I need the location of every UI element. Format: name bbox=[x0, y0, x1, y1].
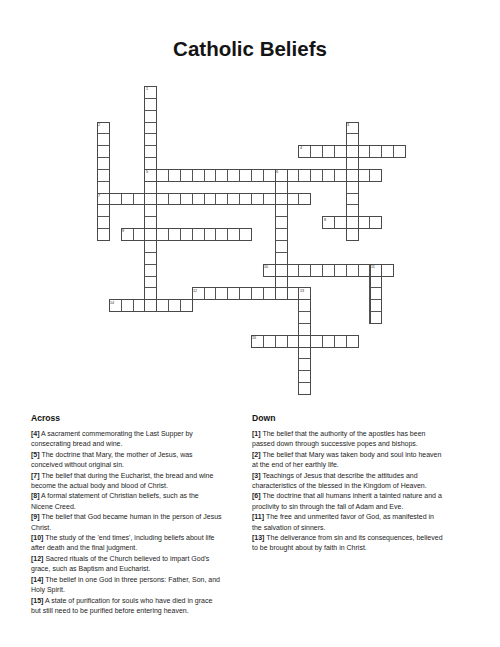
clue-number-label: [13] bbox=[252, 534, 264, 541]
grid-cell[interactable] bbox=[298, 382, 311, 395]
clue-number-label: [8] bbox=[31, 492, 40, 499]
clue-12-across: [12] Sacred rituals of the Church believ… bbox=[31, 554, 250, 575]
clue-3-down: [3] Teachings of Jesus that describe the… bbox=[252, 471, 471, 492]
cell-number: 8 bbox=[324, 218, 326, 222]
grid-cell[interactable] bbox=[381, 264, 394, 277]
clue-5-across: [5] The doctrine that Mary, the mother o… bbox=[31, 450, 250, 471]
clue-6-down: [6] The doctrine that all humans inherit… bbox=[252, 491, 471, 512]
clue-number-label: [12] bbox=[31, 555, 43, 562]
clue-number-label: [2] bbox=[252, 451, 261, 458]
grid-cell[interactable] bbox=[239, 228, 252, 241]
down-header: Down bbox=[252, 413, 471, 423]
clue-number-label: [5] bbox=[31, 451, 40, 458]
clue-number-label: [3] bbox=[252, 472, 261, 479]
clue-number-label: [10] bbox=[31, 534, 43, 541]
clue-15-across: [15] A state of purification for souls w… bbox=[31, 596, 250, 617]
clue-8-across: [8] A formal statement of Christian beli… bbox=[31, 491, 250, 512]
clue-number-label: [1] bbox=[252, 430, 261, 437]
across-clue-list: [4] A sacrament commemorating the Last S… bbox=[31, 429, 250, 616]
grid-cell[interactable] bbox=[369, 216, 382, 229]
clue-number-label: [9] bbox=[31, 513, 40, 520]
clue-number-label: [14] bbox=[31, 576, 43, 583]
grid-cell[interactable] bbox=[346, 335, 359, 348]
clue-7-across: [7] The belief that during the Eucharist… bbox=[31, 471, 250, 492]
grid-cell[interactable] bbox=[393, 145, 406, 158]
cell-number: 4 bbox=[300, 146, 302, 150]
clue-number-label: [11] bbox=[252, 513, 264, 520]
crossword-grid: 123456789101112131415 bbox=[97, 86, 405, 394]
cell-number: 10 bbox=[264, 265, 268, 269]
cell-number: 15 bbox=[252, 336, 256, 340]
clue-11-down: [11] The free and unmerited favor of God… bbox=[252, 512, 471, 533]
grid-cell[interactable] bbox=[369, 311, 382, 324]
clue-14-across: [14] The belief in one God in three pers… bbox=[31, 575, 250, 596]
grid-cell[interactable] bbox=[180, 299, 193, 312]
cell-number: 12 bbox=[193, 289, 197, 293]
cell-number: 5 bbox=[146, 170, 148, 174]
clue-number-label: [7] bbox=[31, 472, 40, 479]
cell-number: 9 bbox=[122, 229, 124, 233]
grid-cell[interactable] bbox=[369, 169, 382, 182]
cell-number: 6 bbox=[276, 170, 278, 174]
page: Catholic Beliefs 123456789101112131415 A… bbox=[0, 0, 500, 647]
across-clues: Across [4] A sacrament commemorating the… bbox=[31, 413, 250, 616]
clue-13-down: [13] The deliverance from sin and its co… bbox=[252, 533, 471, 554]
clue-2-down: [2] The belief that Mary was taken body … bbox=[252, 450, 471, 471]
grid-cell[interactable] bbox=[346, 228, 359, 241]
down-clue-list: [1] The belief that the authority of the… bbox=[252, 429, 471, 554]
clue-4-across: [4] A sacrament commemorating the Last S… bbox=[31, 429, 250, 450]
puzzle-title: Catholic Beliefs bbox=[0, 37, 500, 61]
clue-number-label: [15] bbox=[31, 597, 43, 604]
cell-number: 13 bbox=[300, 289, 304, 293]
cell-number: 14 bbox=[110, 301, 114, 305]
grid-cell[interactable] bbox=[298, 193, 311, 206]
cell-number: 3 bbox=[347, 123, 349, 127]
clue-number-label: [6] bbox=[252, 492, 261, 499]
cell-number: 11 bbox=[371, 265, 375, 269]
down-clues: Down [1] The belief that the authority o… bbox=[252, 413, 471, 554]
clue-10-across: [10] The study of the 'end times', inclu… bbox=[31, 533, 250, 554]
clue-number-label: [4] bbox=[31, 430, 40, 437]
across-header: Across bbox=[31, 413, 250, 423]
cell-number: 1 bbox=[146, 87, 148, 91]
clue-9-across: [9] The belief that God became human in … bbox=[31, 512, 250, 533]
clue-1-down: [1] The belief that the authority of the… bbox=[252, 429, 471, 450]
grid-cell[interactable] bbox=[97, 228, 110, 241]
